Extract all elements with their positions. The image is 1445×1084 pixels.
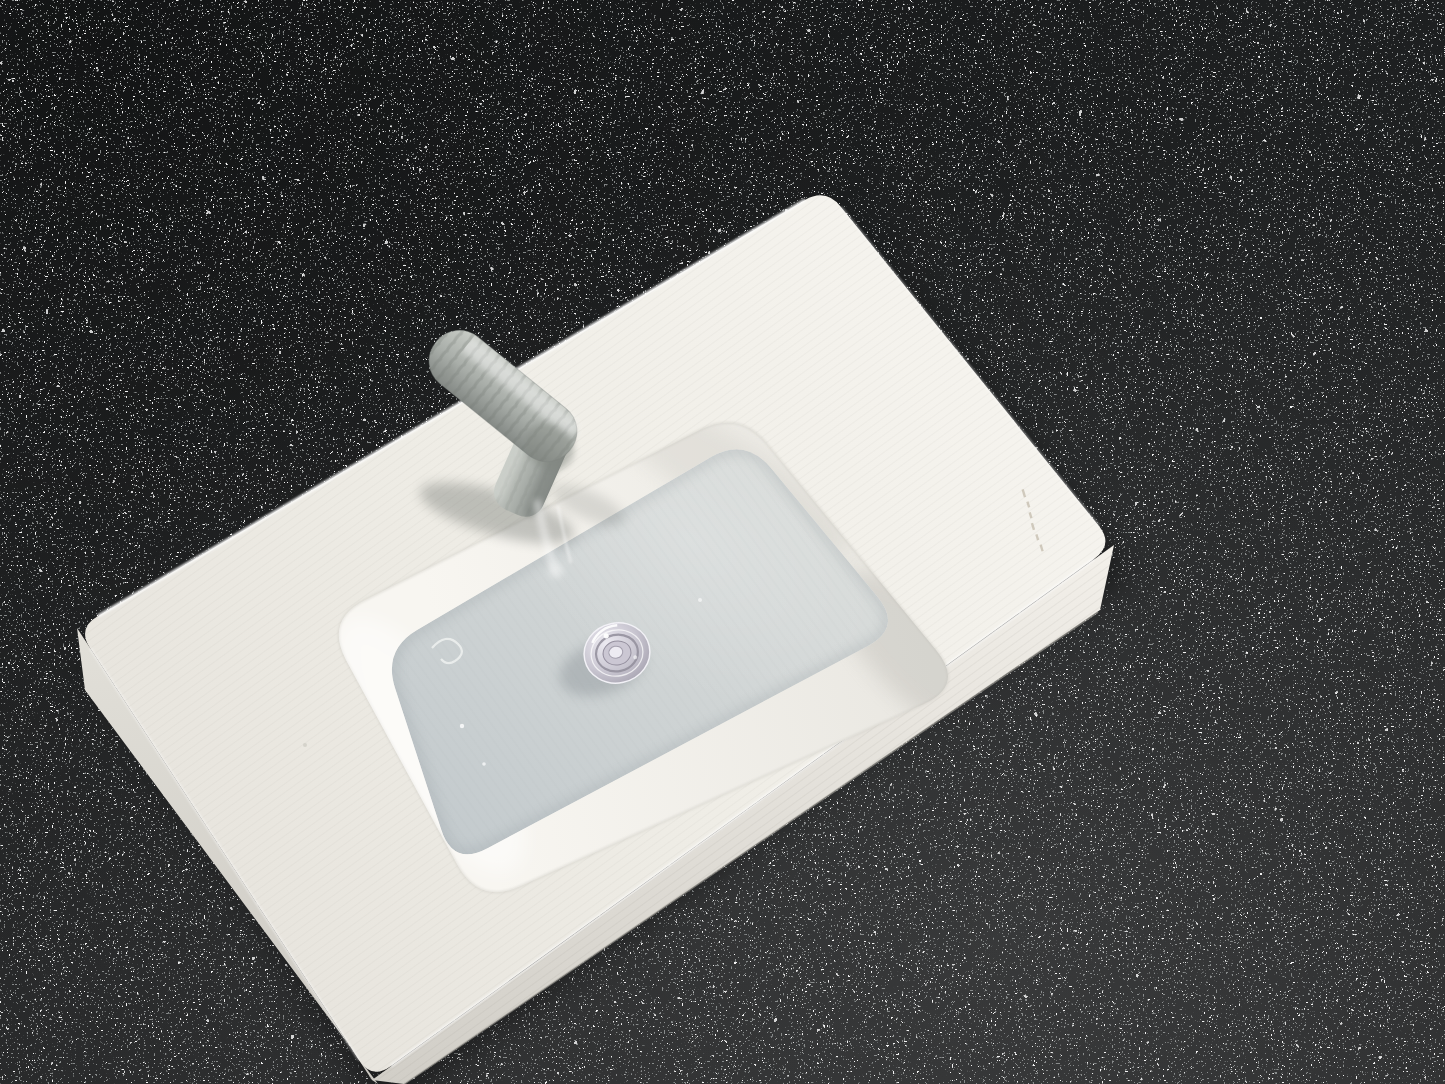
dust-speck [460, 724, 464, 728]
screenshot-root [0, 0, 1445, 1084]
water-drip-blob [549, 564, 563, 578]
dust-speck [698, 598, 702, 602]
photo-scene [0, 0, 1445, 1084]
counter-dust-speck [303, 743, 307, 747]
dust-speck [482, 762, 486, 766]
